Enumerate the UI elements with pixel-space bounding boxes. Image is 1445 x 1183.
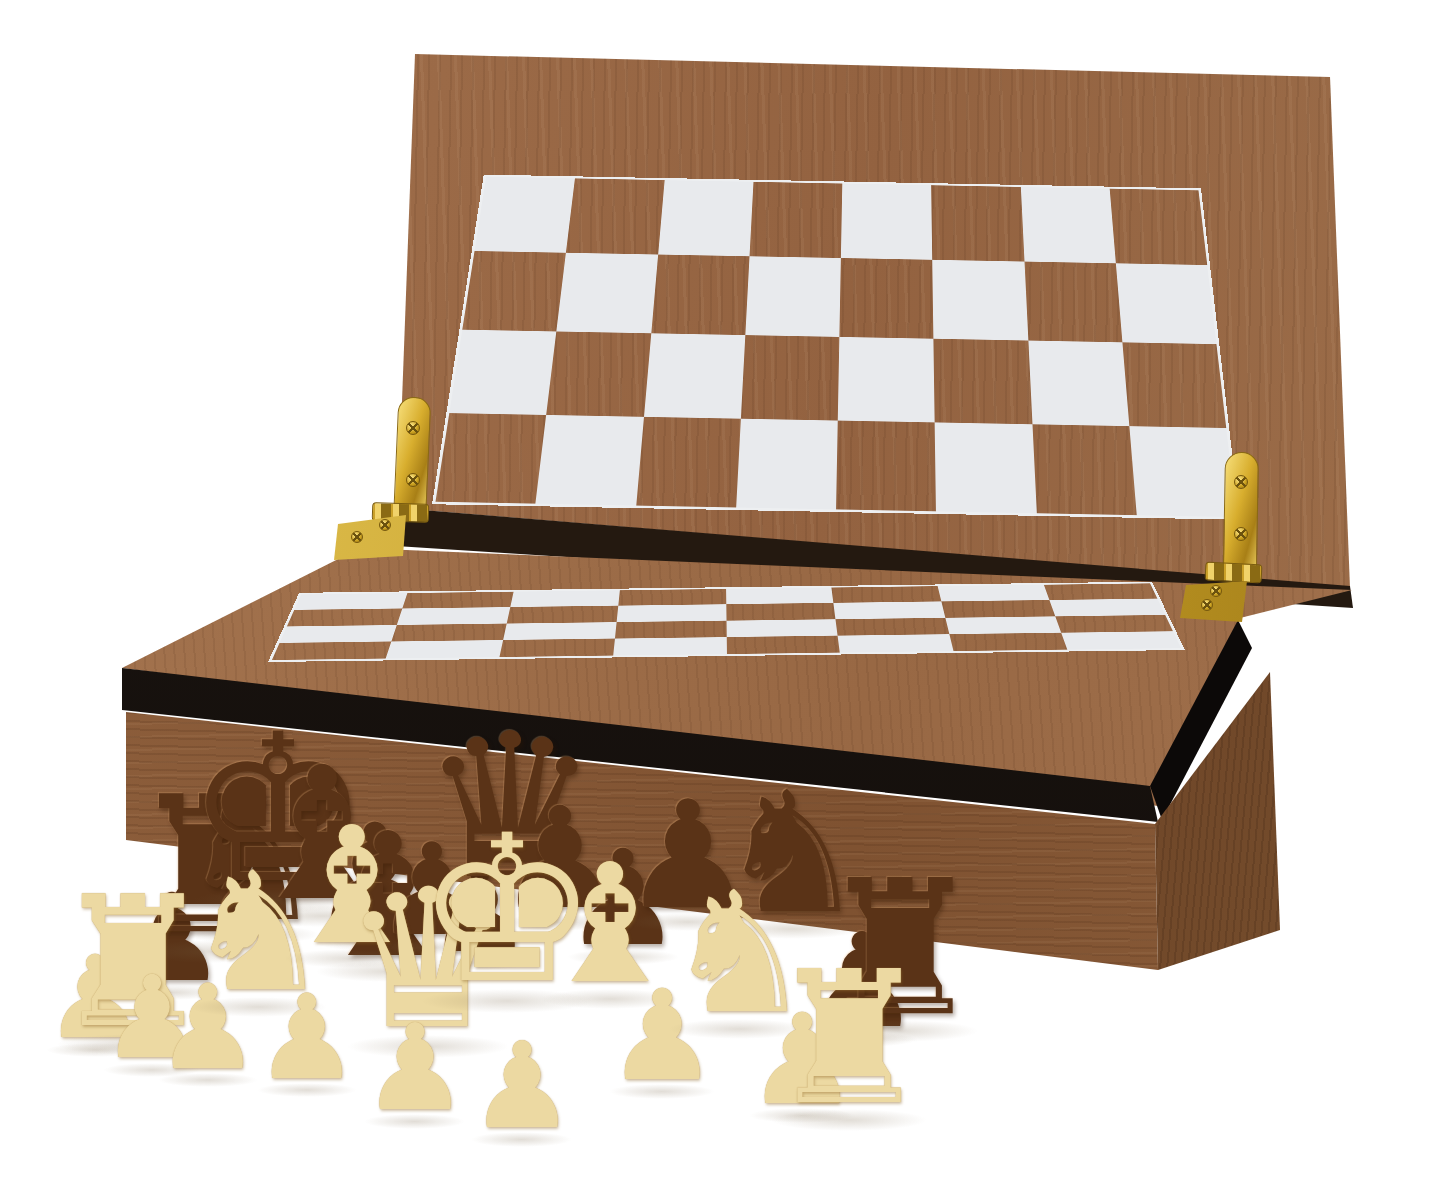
light-rook[interactable]: ♜ (767, 954, 932, 1124)
chess-box-scene: ♟♜♞♚♝♟♝♟♟♛♟♟♟♞♟♜♟♜♟♟♞♟♝♛♟♚♟♝♟♞♟♜ (0, 0, 1445, 1183)
piece-tray-area: ♟♜♞♚♝♟♝♟♟♛♟♟♟♞♟♜♟♜♟♟♞♟♝♛♟♚♟♝♟♞♟♜ (0, 0, 1445, 1183)
light-pawn[interactable]: ♟ (469, 1032, 576, 1142)
light-pawn[interactable]: ♟ (362, 1014, 469, 1124)
